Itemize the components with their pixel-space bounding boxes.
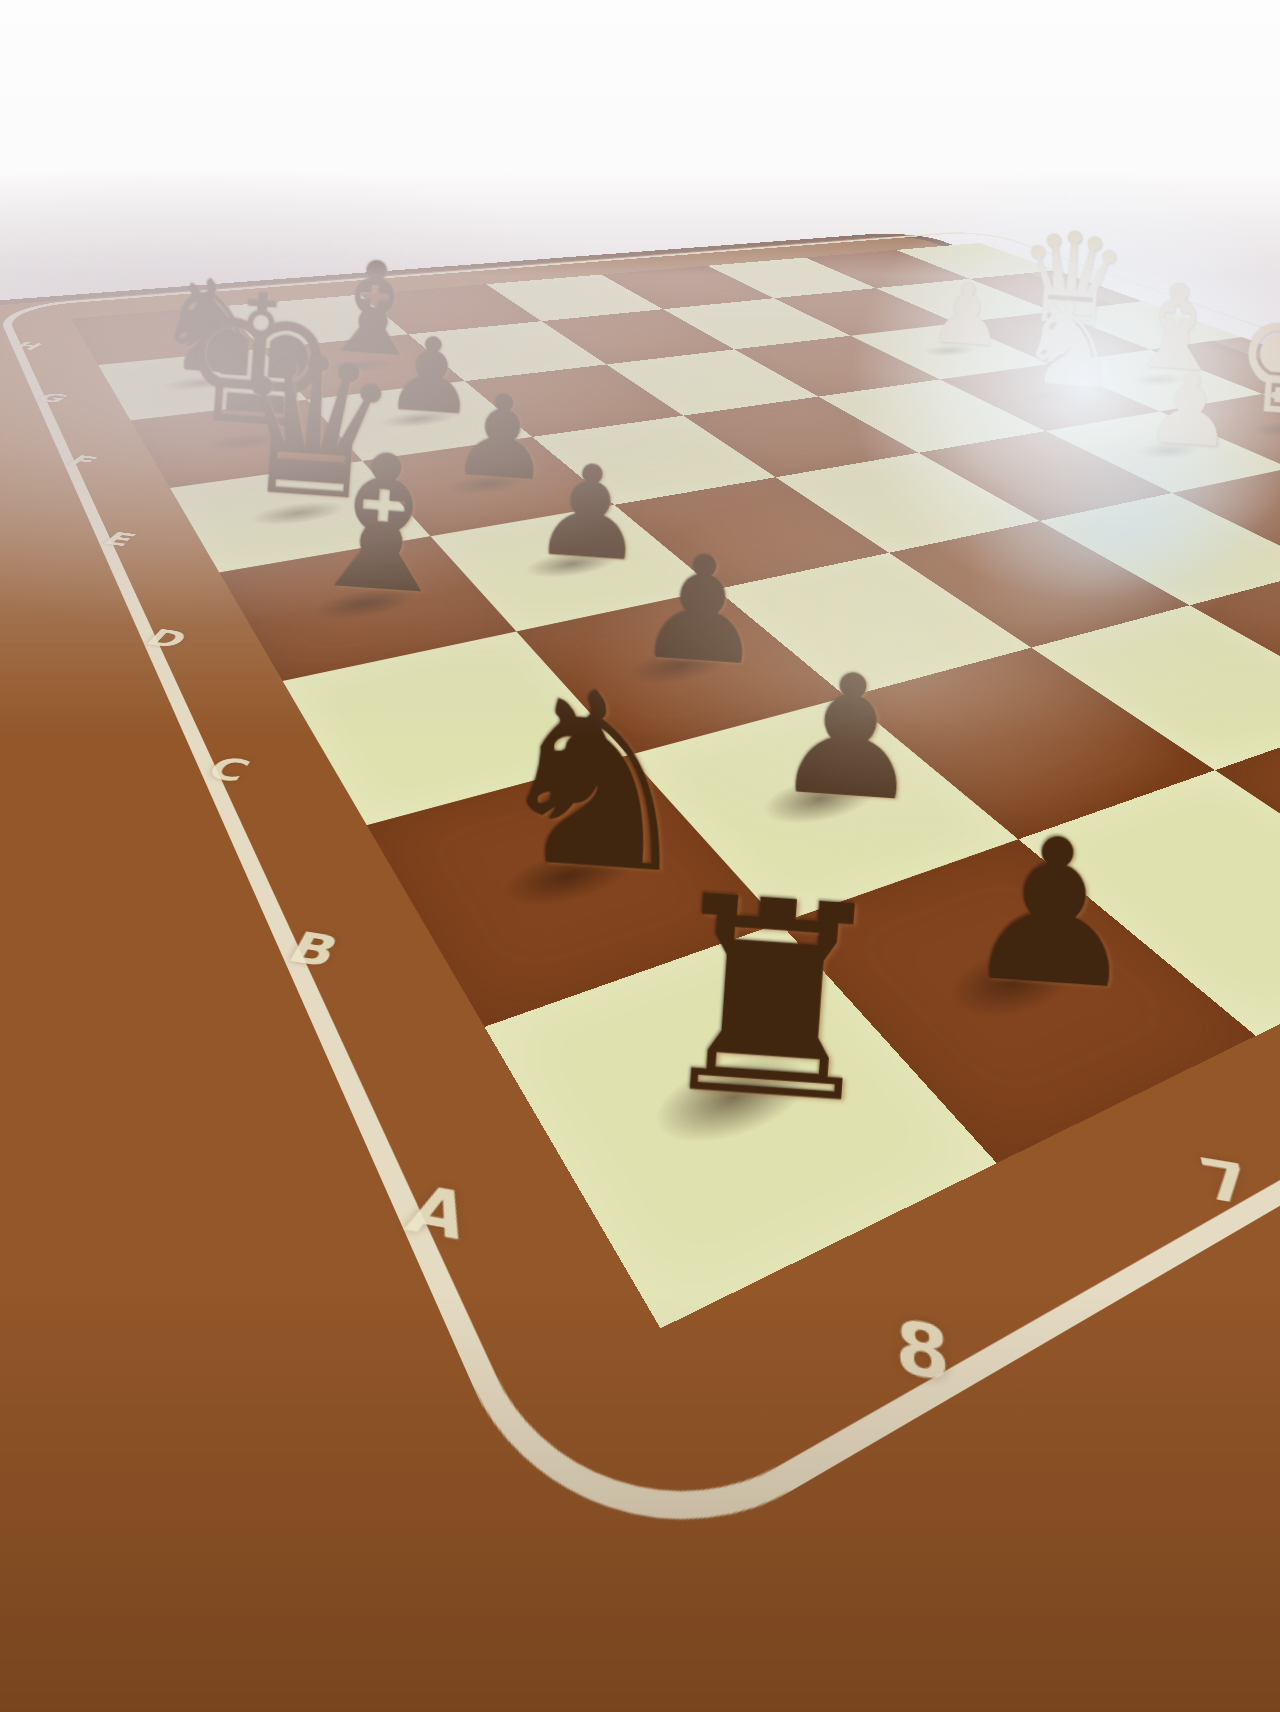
rank-label-7: 7 — [1172, 1139, 1280, 1228]
photo-canvas: ♞♝♚♟♟♛♛♟♞♝♝♟♟♚♜♟♟♝♞♟♜♟ABCDEFGH87654321 — [0, 0, 1280, 1712]
file-label-G: G — [23, 389, 81, 406]
chess-board: ♞♝♚♟♟♛♛♟♞♝♝♟♟♚♜♟♟♝♞♟♜♟ABCDEFGH87654321 — [71, 243, 1280, 1328]
dark-rook-a8: ♜ — [571, 854, 973, 1149]
file-label-C: C — [184, 747, 273, 793]
table-scene: ♞♝♚♟♟♛♛♟♞♝♝♟♟♚♜♟♟♝♞♟♜♟ABCDEFGH87654321 — [0, 0, 1280, 1712]
file-label-E: E — [84, 526, 155, 553]
file-label-H: H — [1, 339, 55, 353]
file-label-D: D — [127, 622, 206, 656]
light-pawn-c3: ♟ — [1240, 411, 1280, 533]
rank-label-8: 8 — [871, 1295, 977, 1410]
wooden-table: ♞♝♚♟♟♛♛♟♞♝♝♟♟♚♜♟♟♝♞♟♜♟ABCDEFGH87654321 — [0, 0, 1280, 1527]
file-label-F: F — [50, 451, 114, 472]
file-label-A: A — [378, 1165, 497, 1262]
file-label-B: B — [262, 918, 364, 982]
dark-bishop-d8: ♝ — [260, 424, 507, 626]
